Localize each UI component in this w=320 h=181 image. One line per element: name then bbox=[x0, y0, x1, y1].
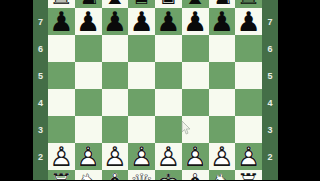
rank-label-4-left: 4 bbox=[33, 98, 48, 108]
square-h2[interactable]: ♟♙ bbox=[235, 143, 262, 170]
square-d3[interactable] bbox=[128, 116, 155, 143]
rank-label-1-left: 1 bbox=[33, 179, 48, 181]
rank-label-5-left: 5 bbox=[33, 71, 48, 81]
square-f8[interactable]: ♝ bbox=[182, 0, 209, 8]
piece-black-pawn: ♟ bbox=[102, 8, 129, 35]
piece-black-bishop: ♝ bbox=[182, 0, 209, 8]
square-g1[interactable]: ♞♘ bbox=[209, 170, 236, 180]
piece-black-pawn: ♟ bbox=[128, 8, 155, 35]
piece-white-pawn: ♟♙ bbox=[102, 143, 129, 170]
square-d6[interactable] bbox=[128, 35, 155, 62]
square-c1[interactable]: ♝♗ bbox=[102, 170, 129, 180]
rank-label-5-right: 5 bbox=[262, 71, 278, 81]
square-b5[interactable] bbox=[75, 62, 102, 89]
square-a3[interactable] bbox=[48, 116, 75, 143]
square-f7[interactable]: ♟ bbox=[182, 8, 209, 35]
rank-label-1-right: 1 bbox=[262, 179, 278, 181]
piece-white-pawn: ♟♙ bbox=[235, 143, 262, 170]
square-e7[interactable]: ♟ bbox=[155, 8, 182, 35]
rank-label-3-right: 3 bbox=[262, 125, 278, 135]
piece-white-bishop: ♝♗ bbox=[182, 170, 209, 180]
piece-black-pawn: ♟ bbox=[209, 8, 236, 35]
board-border-right: 87654321 bbox=[262, 0, 278, 180]
piece-white-pawn: ♟♙ bbox=[182, 143, 209, 170]
rank-label-2-right: 2 bbox=[262, 152, 278, 162]
piece-white-queen: ♛♕ bbox=[128, 170, 155, 180]
piece-white-knight: ♞♘ bbox=[209, 170, 236, 180]
square-g7[interactable]: ♟ bbox=[209, 8, 236, 35]
piece-white-pawn: ♟♙ bbox=[155, 143, 182, 170]
rank-label-6-right: 6 bbox=[262, 44, 278, 54]
piece-black-rook: ♜ bbox=[48, 0, 75, 8]
square-c4[interactable] bbox=[102, 89, 129, 116]
chess-board: ♜♞♝♛♚♝♞♜♟♟♟♟♟♟♟♟♟♙♟♙♟♙♟♙♟♙♟♙♟♙♟♙♜♖♞♘♝♗♛♕… bbox=[48, 0, 262, 180]
square-h1[interactable]: ♜♖ bbox=[235, 170, 262, 180]
square-c3[interactable] bbox=[102, 116, 129, 143]
square-c2[interactable]: ♟♙ bbox=[102, 143, 129, 170]
square-h6[interactable] bbox=[235, 35, 262, 62]
square-a8[interactable]: ♜ bbox=[48, 0, 75, 8]
piece-white-king: ♚♔ bbox=[155, 170, 182, 180]
square-b3[interactable] bbox=[75, 116, 102, 143]
square-g6[interactable] bbox=[209, 35, 236, 62]
square-e4[interactable] bbox=[155, 89, 182, 116]
square-e1[interactable]: ♚♔ bbox=[155, 170, 182, 180]
square-a4[interactable] bbox=[48, 89, 75, 116]
mouse-cursor bbox=[181, 121, 191, 135]
piece-black-bishop: ♝ bbox=[102, 0, 129, 8]
square-h5[interactable] bbox=[235, 62, 262, 89]
square-c5[interactable] bbox=[102, 62, 129, 89]
square-c6[interactable] bbox=[102, 35, 129, 62]
square-g2[interactable]: ♟♙ bbox=[209, 143, 236, 170]
square-d7[interactable]: ♟ bbox=[128, 8, 155, 35]
square-g5[interactable] bbox=[209, 62, 236, 89]
piece-white-bishop: ♝♗ bbox=[102, 170, 129, 180]
square-h8[interactable]: ♜ bbox=[235, 0, 262, 8]
square-f1[interactable]: ♝♗ bbox=[182, 170, 209, 180]
piece-black-knight: ♞ bbox=[209, 0, 236, 8]
square-b1[interactable]: ♞♘ bbox=[75, 170, 102, 180]
square-d5[interactable] bbox=[128, 62, 155, 89]
chess-app-screen: 87654321 ♜♞♝♛♚♝♞♜♟♟♟♟♟♟♟♟♟♙♟♙♟♙♟♙♟♙♟♙♟♙♟… bbox=[0, 0, 320, 180]
square-a2[interactable]: ♟♙ bbox=[48, 143, 75, 170]
piece-white-pawn: ♟♙ bbox=[128, 143, 155, 170]
square-b4[interactable] bbox=[75, 89, 102, 116]
piece-black-pawn: ♟ bbox=[75, 8, 102, 35]
square-d8[interactable]: ♛ bbox=[128, 0, 155, 8]
piece-white-rook: ♜♖ bbox=[235, 170, 262, 180]
board-border-left: 87654321 bbox=[33, 0, 48, 180]
square-g4[interactable] bbox=[209, 89, 236, 116]
square-e5[interactable] bbox=[155, 62, 182, 89]
rank-label-6-left: 6 bbox=[33, 44, 48, 54]
square-a7[interactable]: ♟ bbox=[48, 8, 75, 35]
piece-black-queen: ♛ bbox=[128, 0, 155, 8]
square-b2[interactable]: ♟♙ bbox=[75, 143, 102, 170]
piece-white-pawn: ♟♙ bbox=[48, 143, 75, 170]
square-a6[interactable] bbox=[48, 35, 75, 62]
square-f4[interactable] bbox=[182, 89, 209, 116]
square-h7[interactable]: ♟ bbox=[235, 8, 262, 35]
rank-label-3-left: 3 bbox=[33, 125, 48, 135]
piece-white-knight: ♞♘ bbox=[75, 170, 102, 180]
square-g3[interactable] bbox=[209, 116, 236, 143]
square-b8[interactable]: ♞ bbox=[75, 0, 102, 8]
square-g8[interactable]: ♞ bbox=[209, 0, 236, 8]
square-b7[interactable]: ♟ bbox=[75, 8, 102, 35]
square-c7[interactable]: ♟ bbox=[102, 8, 129, 35]
rank-label-7-right: 7 bbox=[262, 17, 278, 27]
piece-white-pawn: ♟♙ bbox=[209, 143, 236, 170]
piece-white-rook: ♜♖ bbox=[48, 170, 75, 180]
square-f2[interactable]: ♟♙ bbox=[182, 143, 209, 170]
square-a5[interactable] bbox=[48, 62, 75, 89]
rank-label-7-left: 7 bbox=[33, 17, 48, 27]
rank-label-2-left: 2 bbox=[33, 152, 48, 162]
rank-label-4-right: 4 bbox=[262, 98, 278, 108]
square-h3[interactable] bbox=[235, 116, 262, 143]
square-f5[interactable] bbox=[182, 62, 209, 89]
square-b6[interactable] bbox=[75, 35, 102, 62]
square-c8[interactable]: ♝ bbox=[102, 0, 129, 8]
piece-white-pawn: ♟♙ bbox=[75, 143, 102, 170]
square-e3[interactable] bbox=[155, 116, 182, 143]
piece-black-knight: ♞ bbox=[75, 0, 102, 8]
piece-black-pawn: ♟ bbox=[155, 8, 182, 35]
square-d2[interactable]: ♟♙ bbox=[128, 143, 155, 170]
piece-black-pawn: ♟ bbox=[235, 8, 262, 35]
piece-black-pawn: ♟ bbox=[182, 8, 209, 35]
piece-black-rook: ♜ bbox=[235, 0, 262, 8]
square-e8[interactable]: ♚ bbox=[155, 0, 182, 8]
square-e2[interactable]: ♟♙ bbox=[155, 143, 182, 170]
square-f6[interactable] bbox=[182, 35, 209, 62]
square-d1[interactable]: ♛♕ bbox=[128, 170, 155, 180]
square-a1[interactable]: ♜♖ bbox=[48, 170, 75, 180]
square-h4[interactable] bbox=[235, 89, 262, 116]
square-e6[interactable] bbox=[155, 35, 182, 62]
piece-black-king: ♚ bbox=[155, 0, 182, 8]
square-d4[interactable] bbox=[128, 89, 155, 116]
piece-black-pawn: ♟ bbox=[48, 8, 75, 35]
